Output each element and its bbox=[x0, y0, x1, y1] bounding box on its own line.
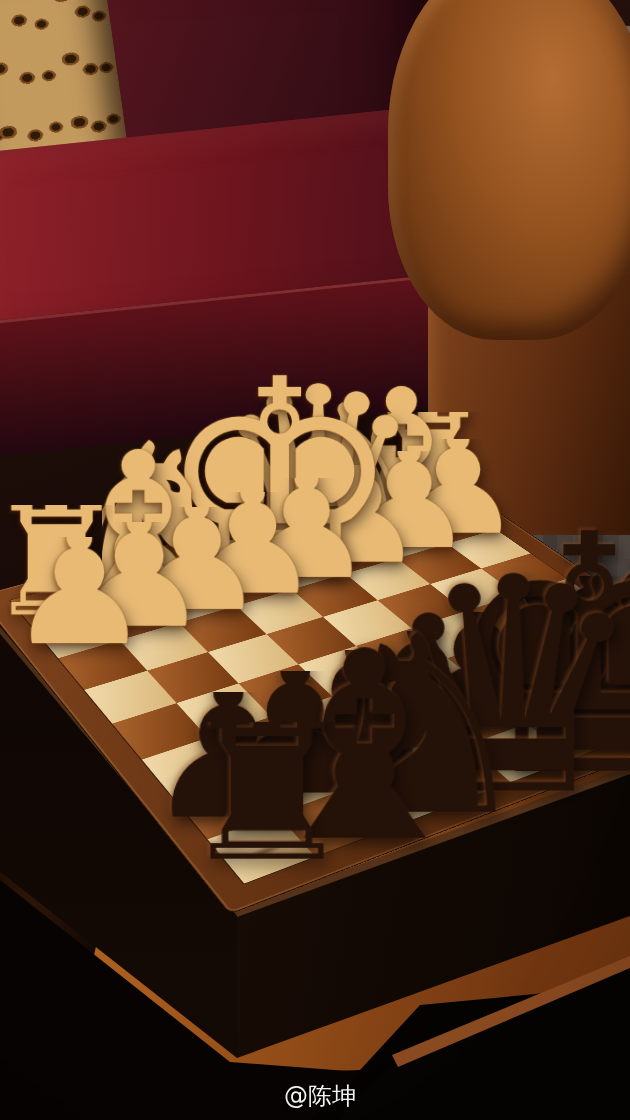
leather-armchair-arm-roll bbox=[388, 0, 630, 340]
square-a3 bbox=[58, 640, 147, 690]
watermark-caption: @陈坤 bbox=[284, 1080, 356, 1112]
piece-black-rook-a8: ♜ bbox=[177, 722, 345, 848]
